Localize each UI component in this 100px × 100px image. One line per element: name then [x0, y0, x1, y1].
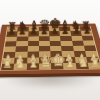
square-c1: ♝ — [26, 63, 39, 70]
piece-white-pawn: ♟ — [87, 53, 99, 63]
piece-black-bishop: ♝ — [28, 19, 39, 31]
square-c5 — [27, 41, 38, 46]
square-h1: ♜ — [87, 62, 100, 68]
photo-backdrop: ♜♞♝♛♚♝♞♜♟♟♟♟♟♟♟♟♟♟♟♟♟♟♟♟♜♞♝♛♚♝♞♜ — [0, 0, 100, 100]
square-a1: ♜ — [1, 64, 14, 71]
square-f1: ♝ — [63, 63, 76, 69]
square-b5 — [16, 41, 28, 46]
square-f5 — [61, 41, 73, 46]
piece-black-bishop: ♝ — [60, 19, 71, 31]
chess-board: ♜♞♝♛♚♝♞♜♟♟♟♟♟♟♟♟♟♟♟♟♟♟♟♟♜♞♝♛♚♝♞♜ — [0, 24, 100, 75]
board-frame: ♜♞♝♛♚♝♞♜♟♟♟♟♟♟♟♟♟♟♟♟♟♟♟♟♜♞♝♛♚♝♞♜ — [0, 24, 100, 75]
square-e2: ♟ — [51, 57, 63, 63]
piece-black-queen: ♛ — [39, 18, 50, 31]
piece-black-rook: ♜ — [80, 21, 91, 31]
piece-black-rook: ♜ — [7, 21, 18, 31]
piece-black-king: ♚ — [49, 17, 60, 31]
square-d5 — [39, 41, 50, 46]
piece-white-pawn: ♟ — [51, 53, 63, 63]
square-a5 — [5, 41, 17, 46]
board-grid: ♜♞♝♛♚♝♞♜♟♟♟♟♟♟♟♟♟♟♟♟♟♟♟♟♜♞♝♛♚♝♞♜ — [1, 26, 100, 70]
piece-black-knight: ♞ — [18, 20, 29, 31]
square-b1: ♞ — [14, 63, 27, 70]
piece-black-knight: ♞ — [70, 20, 81, 31]
square-c3 — [27, 52, 39, 58]
square-e1: ♚ — [51, 63, 64, 69]
square-d1: ♛ — [39, 63, 52, 70]
